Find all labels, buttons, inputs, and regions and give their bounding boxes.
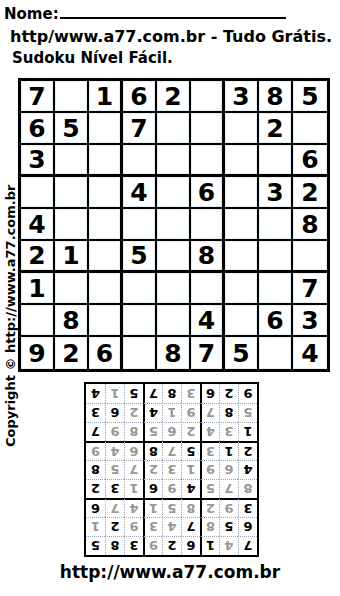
solution-cell-r1c9: 5 bbox=[86, 536, 105, 555]
sudoku-cell-r3c2 bbox=[55, 145, 89, 177]
solution-cell-r2c6: 3 bbox=[143, 517, 162, 536]
solution-cell-r8c6: 4 bbox=[143, 403, 162, 422]
sudoku-cell-r8c6: 4 bbox=[191, 305, 225, 337]
sudoku-cell-r4c4: 4 bbox=[123, 177, 157, 209]
sudoku-cell-r8c8: 6 bbox=[259, 305, 293, 337]
sudoku-cell-r4c8: 3 bbox=[259, 177, 293, 209]
sudoku-cell-r5c5 bbox=[157, 209, 191, 241]
sudoku-cell-r7c3 bbox=[89, 273, 123, 305]
solution-cell-r5c4: 1 bbox=[181, 460, 200, 479]
sudoku-cell-r4c5 bbox=[157, 177, 191, 209]
sudoku-cell-r3c3 bbox=[89, 145, 123, 177]
solution-cell-r4c8: 3 bbox=[105, 479, 124, 498]
solution-cell-r5c1: 4 bbox=[238, 460, 257, 479]
sudoku-cell-r5c4 bbox=[123, 209, 157, 241]
solution-cell-r9c3: 6 bbox=[200, 384, 219, 403]
solution-cell-r8c4: 9 bbox=[181, 403, 200, 422]
sudoku-cell-r6c1: 2 bbox=[21, 241, 55, 273]
solution-cell-r2c4: 7 bbox=[181, 517, 200, 536]
sudoku-cell-r4c2 bbox=[55, 177, 89, 209]
sudoku-cell-r7c4 bbox=[123, 273, 157, 305]
solution-cell-r9c2: 2 bbox=[219, 384, 238, 403]
solution-cell-r7c7: 8 bbox=[124, 422, 143, 441]
main-sudoku-grid: 716238565723646324821581784639268754 bbox=[18, 78, 330, 372]
sudoku-cell-r9c1: 9 bbox=[21, 337, 55, 369]
sudoku-cell-r3c7 bbox=[225, 145, 259, 177]
site-url-heading: http/www.a77.com.br - Tudo Grátis. bbox=[10, 27, 332, 46]
solution-cell-r1c4: 6 bbox=[181, 536, 200, 555]
solution-cell-r9c9: 4 bbox=[86, 384, 105, 403]
sudoku-cell-r3c4 bbox=[123, 145, 157, 177]
sudoku-cell-r1c2 bbox=[55, 81, 89, 113]
sudoku-cell-r9c3: 6 bbox=[89, 337, 123, 369]
solution-cell-r6c4: 5 bbox=[181, 441, 200, 460]
solution-cell-r6c9: 9 bbox=[86, 441, 105, 460]
sudoku-cell-r2c1: 6 bbox=[21, 113, 55, 145]
solution-cell-r6c2: 1 bbox=[219, 441, 238, 460]
sudoku-cell-r4c6: 6 bbox=[191, 177, 225, 209]
solution-cell-r5c9: 8 bbox=[86, 460, 105, 479]
solution-cell-r4c3: 5 bbox=[200, 479, 219, 498]
solution-cell-r1c5: 2 bbox=[162, 536, 181, 555]
sudoku-cell-r6c3 bbox=[89, 241, 123, 273]
sudoku-cell-r1c5: 2 bbox=[157, 81, 191, 113]
sudoku-cell-r9c6: 7 bbox=[191, 337, 225, 369]
sudoku-cell-r7c6 bbox=[191, 273, 225, 305]
sudoku-cell-r2c4: 7 bbox=[123, 113, 157, 145]
solution-cell-r7c1: 1 bbox=[238, 422, 257, 441]
solution-cell-r8c5: 1 bbox=[162, 403, 181, 422]
puzzle-level-heading: Sudoku Nível Fácil. bbox=[12, 49, 173, 67]
sudoku-cell-r2c9 bbox=[293, 113, 327, 145]
solution-cell-r2c1: 6 bbox=[238, 517, 257, 536]
sudoku-cell-r5c7 bbox=[225, 209, 259, 241]
solution-cell-r9c5: 8 bbox=[162, 384, 181, 403]
solution-cell-r6c8: 4 bbox=[105, 441, 124, 460]
sudoku-cell-r4c7 bbox=[225, 177, 259, 209]
solution-cell-r5c8: 5 bbox=[105, 460, 124, 479]
solution-cell-r2c8: 2 bbox=[105, 517, 124, 536]
solution-cell-r1c3: 1 bbox=[200, 536, 219, 555]
solution-grid-rotated: 7416293856587439213928514768754961324691… bbox=[84, 382, 259, 557]
sudoku-cell-r5c9: 8 bbox=[293, 209, 327, 241]
solution-cell-r8c9: 3 bbox=[86, 403, 105, 422]
sudoku-cell-r1c6 bbox=[191, 81, 225, 113]
sudoku-cell-r5c2 bbox=[55, 209, 89, 241]
solution-cell-r3c8: 7 bbox=[105, 498, 124, 517]
sudoku-cell-r3c5 bbox=[157, 145, 191, 177]
solution-cell-r7c9: 7 bbox=[86, 422, 105, 441]
sudoku-cell-r3c1: 3 bbox=[21, 145, 55, 177]
copyright-vertical-text: Copyright © http://www.a77.com.br bbox=[3, 185, 18, 447]
sudoku-cell-r7c1: 1 bbox=[21, 273, 55, 305]
sudoku-cell-r1c7: 3 bbox=[225, 81, 259, 113]
solution-cell-r7c2: 3 bbox=[219, 422, 238, 441]
solution-cell-r1c1: 7 bbox=[238, 536, 257, 555]
sudoku-cell-r8c7 bbox=[225, 305, 259, 337]
sudoku-cell-r8c2: 8 bbox=[55, 305, 89, 337]
sudoku-cell-r2c5 bbox=[157, 113, 191, 145]
solution-cell-r3c1: 3 bbox=[238, 498, 257, 517]
solution-cell-r6c3: 3 bbox=[200, 441, 219, 460]
sudoku-cell-r6c9 bbox=[293, 241, 327, 273]
sudoku-cell-r8c4 bbox=[123, 305, 157, 337]
sudoku-cell-r9c8 bbox=[259, 337, 293, 369]
solution-cell-r9c6: 7 bbox=[143, 384, 162, 403]
sudoku-cell-r5c3 bbox=[89, 209, 123, 241]
solution-cell-r7c4: 2 bbox=[181, 422, 200, 441]
solution-cell-r3c4: 8 bbox=[181, 498, 200, 517]
sudoku-cell-r8c3 bbox=[89, 305, 123, 337]
solution-cell-r5c7: 7 bbox=[124, 460, 143, 479]
solution-cell-r6c5: 7 bbox=[162, 441, 181, 460]
solution-cell-r2c3: 8 bbox=[200, 517, 219, 536]
solution-cell-r5c5: 3 bbox=[162, 460, 181, 479]
solution-cell-r2c7: 9 bbox=[124, 517, 143, 536]
solution-cell-r9c8: 1 bbox=[105, 384, 124, 403]
solution-cell-r8c3: 7 bbox=[200, 403, 219, 422]
sudoku-cell-r3c9: 6 bbox=[293, 145, 327, 177]
solution-cell-r8c2: 8 bbox=[219, 403, 238, 422]
sudoku-cell-r2c6 bbox=[191, 113, 225, 145]
sudoku-cell-r8c5 bbox=[157, 305, 191, 337]
solution-cell-r2c2: 5 bbox=[219, 517, 238, 536]
sudoku-cell-r6c8 bbox=[259, 241, 293, 273]
sudoku-cell-r4c3 bbox=[89, 177, 123, 209]
sudoku-cell-r6c4: 5 bbox=[123, 241, 157, 273]
sudoku-cell-r1c9: 5 bbox=[293, 81, 327, 113]
sudoku-cell-r7c5 bbox=[157, 273, 191, 305]
solution-cell-r7c6: 5 bbox=[143, 422, 162, 441]
sudoku-cell-r6c2: 1 bbox=[55, 241, 89, 273]
sudoku-cell-r9c9: 4 bbox=[293, 337, 327, 369]
solution-cell-r1c2: 4 bbox=[219, 536, 238, 555]
solution-cell-r3c5: 5 bbox=[162, 498, 181, 517]
solution-cell-r8c7: 2 bbox=[124, 403, 143, 422]
solution-cell-r9c1: 9 bbox=[238, 384, 257, 403]
solution-cell-r5c6: 2 bbox=[143, 460, 162, 479]
sudoku-cell-r1c8: 8 bbox=[259, 81, 293, 113]
solution-cell-r2c5: 4 bbox=[162, 517, 181, 536]
sudoku-cell-r7c7 bbox=[225, 273, 259, 305]
name-label: Nome: bbox=[4, 5, 59, 23]
solution-cell-r6c1: 2 bbox=[238, 441, 257, 460]
solution-cell-r3c3: 2 bbox=[200, 498, 219, 517]
name-underline bbox=[60, 4, 286, 19]
solution-cell-r1c6: 9 bbox=[143, 536, 162, 555]
sudoku-cell-r7c2 bbox=[55, 273, 89, 305]
sudoku-cell-r2c2: 5 bbox=[55, 113, 89, 145]
solution-cell-r6c6: 8 bbox=[143, 441, 162, 460]
solution-cell-r1c8: 8 bbox=[105, 536, 124, 555]
solution-cell-r3c2: 9 bbox=[219, 498, 238, 517]
sudoku-cell-r6c7 bbox=[225, 241, 259, 273]
sudoku-cell-r2c8: 2 bbox=[259, 113, 293, 145]
solution-cell-r8c1: 5 bbox=[238, 403, 257, 422]
sudoku-cell-r1c4: 6 bbox=[123, 81, 157, 113]
sudoku-cell-r5c6 bbox=[191, 209, 225, 241]
sudoku-cell-r4c1 bbox=[21, 177, 55, 209]
sudoku-cell-r5c1: 4 bbox=[21, 209, 55, 241]
sudoku-cell-r6c5 bbox=[157, 241, 191, 273]
solution-cell-r4c6: 6 bbox=[143, 479, 162, 498]
solution-cell-r7c3: 4 bbox=[200, 422, 219, 441]
solution-cell-r4c1: 8 bbox=[238, 479, 257, 498]
sudoku-cell-r5c8 bbox=[259, 209, 293, 241]
sudoku-cell-r8c1 bbox=[21, 305, 55, 337]
sudoku-cell-r7c8 bbox=[259, 273, 293, 305]
solution-cell-r4c9: 2 bbox=[86, 479, 105, 498]
sudoku-cell-r9c2: 2 bbox=[55, 337, 89, 369]
solution-cell-r4c4: 4 bbox=[181, 479, 200, 498]
solution-cell-r3c9: 6 bbox=[86, 498, 105, 517]
sudoku-cell-r1c3: 1 bbox=[89, 81, 123, 113]
solution-cell-r3c6: 1 bbox=[143, 498, 162, 517]
sudoku-cell-r9c7: 5 bbox=[225, 337, 259, 369]
solution-cell-r9c7: 5 bbox=[124, 384, 143, 403]
sudoku-cell-r4c9: 2 bbox=[293, 177, 327, 209]
sudoku-cell-r8c9: 3 bbox=[293, 305, 327, 337]
sudoku-cell-r3c6 bbox=[191, 145, 225, 177]
name-row: Nome: bbox=[4, 4, 286, 23]
sudoku-cell-r1c1: 7 bbox=[21, 81, 55, 113]
sudoku-cell-r9c4 bbox=[123, 337, 157, 369]
solution-cell-r1c7: 3 bbox=[124, 536, 143, 555]
solution-cell-r2c9: 1 bbox=[86, 517, 105, 536]
footer-url: http://www.a77.com.br bbox=[0, 562, 340, 582]
sudoku-cell-r7c9: 7 bbox=[293, 273, 327, 305]
sudoku-cell-r2c3 bbox=[89, 113, 123, 145]
solution-cell-r5c2: 6 bbox=[219, 460, 238, 479]
solution-cell-r4c7: 1 bbox=[124, 479, 143, 498]
solution-cell-r4c5: 9 bbox=[162, 479, 181, 498]
solution-cell-r7c5: 6 bbox=[162, 422, 181, 441]
solution-cell-r4c2: 7 bbox=[219, 479, 238, 498]
solution-cell-r3c7: 4 bbox=[124, 498, 143, 517]
solution-cell-r9c4: 3 bbox=[181, 384, 200, 403]
sudoku-cell-r3c8 bbox=[259, 145, 293, 177]
sudoku-cell-r9c5: 8 bbox=[157, 337, 191, 369]
sudoku-cell-r2c7 bbox=[225, 113, 259, 145]
solution-cell-r7c8: 9 bbox=[105, 422, 124, 441]
solution-cell-r5c3: 9 bbox=[200, 460, 219, 479]
sudoku-cell-r6c6: 8 bbox=[191, 241, 225, 273]
solution-cell-r6c7: 6 bbox=[124, 441, 143, 460]
solution-cell-r8c8: 6 bbox=[105, 403, 124, 422]
